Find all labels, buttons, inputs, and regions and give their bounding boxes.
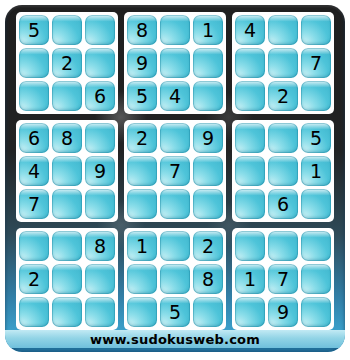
cell-r9c5[interactable]: 5 — [160, 297, 190, 327]
cell-r5c3[interactable]: 9 — [85, 156, 115, 186]
sudoku-frame: 526 81954 472 68497 297 516 82 1285 179 … — [5, 5, 345, 352]
cell-r5c5[interactable]: 7 — [160, 156, 190, 186]
cell-r9c7[interactable] — [235, 297, 265, 327]
block-2: 472 — [232, 12, 334, 114]
cell-r2c5[interactable] — [160, 48, 190, 78]
cell-r6c2[interactable] — [52, 189, 82, 219]
cell-r6c7[interactable] — [235, 189, 265, 219]
cell-r5c9[interactable]: 1 — [301, 156, 331, 186]
cell-r8c1[interactable]: 2 — [19, 264, 49, 294]
website-link[interactable]: www.sudokusweb.com — [90, 332, 260, 347]
cell-r7c8[interactable] — [268, 231, 298, 261]
cell-r8c3[interactable] — [85, 264, 115, 294]
cell-r9c6[interactable] — [193, 297, 223, 327]
cell-r3c9[interactable] — [301, 81, 331, 111]
block-0: 526 — [16, 12, 118, 114]
cell-r7c1[interactable] — [19, 231, 49, 261]
block-4: 297 — [124, 120, 226, 222]
cell-r7c7[interactable] — [235, 231, 265, 261]
cell-r2c9[interactable]: 7 — [301, 48, 331, 78]
cell-r1c4[interactable]: 8 — [127, 15, 157, 45]
cell-r8c8[interactable]: 7 — [268, 264, 298, 294]
cell-r1c8[interactable] — [268, 15, 298, 45]
cell-r6c1[interactable]: 7 — [19, 189, 49, 219]
cell-r5c1[interactable]: 4 — [19, 156, 49, 186]
cell-r1c9[interactable] — [301, 15, 331, 45]
cell-r5c4[interactable] — [127, 156, 157, 186]
cell-r5c8[interactable] — [268, 156, 298, 186]
cell-r2c2[interactable]: 2 — [52, 48, 82, 78]
cell-r1c1[interactable]: 5 — [19, 15, 49, 45]
cell-r2c8[interactable] — [268, 48, 298, 78]
cell-r4c3[interactable] — [85, 123, 115, 153]
cell-r7c2[interactable] — [52, 231, 82, 261]
cell-r3c4[interactable]: 5 — [127, 81, 157, 111]
cell-r1c6[interactable]: 1 — [193, 15, 223, 45]
cell-r4c7[interactable] — [235, 123, 265, 153]
cell-r3c5[interactable]: 4 — [160, 81, 190, 111]
cell-r9c3[interactable] — [85, 297, 115, 327]
cell-r7c3[interactable]: 8 — [85, 231, 115, 261]
block-1: 81954 — [124, 12, 226, 114]
cell-r1c7[interactable]: 4 — [235, 15, 265, 45]
cell-r3c8[interactable]: 2 — [268, 81, 298, 111]
cell-r8c2[interactable] — [52, 264, 82, 294]
cell-r7c6[interactable]: 2 — [193, 231, 223, 261]
cell-r1c2[interactable] — [52, 15, 82, 45]
cell-r6c9[interactable] — [301, 189, 331, 219]
cell-r2c6[interactable] — [193, 48, 223, 78]
block-7: 1285 — [124, 228, 226, 330]
cell-r6c4[interactable] — [127, 189, 157, 219]
cell-r3c1[interactable] — [19, 81, 49, 111]
cell-r8c4[interactable] — [127, 264, 157, 294]
cell-r4c9[interactable]: 5 — [301, 123, 331, 153]
cell-r2c4[interactable]: 9 — [127, 48, 157, 78]
cell-r9c8[interactable]: 9 — [268, 297, 298, 327]
cell-r9c9[interactable] — [301, 297, 331, 327]
cell-r6c5[interactable] — [160, 189, 190, 219]
cell-r8c9[interactable] — [301, 264, 331, 294]
cell-r5c7[interactable] — [235, 156, 265, 186]
cell-r4c5[interactable] — [160, 123, 190, 153]
cell-r9c4[interactable] — [127, 297, 157, 327]
cell-r3c2[interactable] — [52, 81, 82, 111]
cell-r4c4[interactable]: 2 — [127, 123, 157, 153]
cell-r2c3[interactable] — [85, 48, 115, 78]
cell-r5c6[interactable] — [193, 156, 223, 186]
cell-r1c5[interactable] — [160, 15, 190, 45]
cell-r9c1[interactable] — [19, 297, 49, 327]
cell-r6c3[interactable] — [85, 189, 115, 219]
cell-r4c8[interactable] — [268, 123, 298, 153]
cell-r3c3[interactable]: 6 — [85, 81, 115, 111]
cell-r3c7[interactable] — [235, 81, 265, 111]
cell-r2c1[interactable] — [19, 48, 49, 78]
block-8: 179 — [232, 228, 334, 330]
cell-r8c5[interactable] — [160, 264, 190, 294]
cell-r2c7[interactable] — [235, 48, 265, 78]
cell-r8c6[interactable]: 8 — [193, 264, 223, 294]
cell-r7c4[interactable]: 1 — [127, 231, 157, 261]
cell-r5c2[interactable] — [52, 156, 82, 186]
cell-r4c6[interactable]: 9 — [193, 123, 223, 153]
cell-r6c6[interactable] — [193, 189, 223, 219]
block-5: 516 — [232, 120, 334, 222]
cell-r4c2[interactable]: 8 — [52, 123, 82, 153]
cell-r9c2[interactable] — [52, 297, 82, 327]
block-3: 68497 — [16, 120, 118, 222]
cell-r1c3[interactable] — [85, 15, 115, 45]
cell-r3c6[interactable] — [193, 81, 223, 111]
cell-r8c7[interactable]: 1 — [235, 264, 265, 294]
cell-r7c9[interactable] — [301, 231, 331, 261]
cell-r7c5[interactable] — [160, 231, 190, 261]
sudoku-board: 526 81954 472 68497 297 516 82 1285 179 — [16, 12, 334, 330]
footer-bar: www.sudokusweb.com — [5, 330, 345, 348]
cell-r6c8[interactable]: 6 — [268, 189, 298, 219]
block-6: 82 — [16, 228, 118, 330]
cell-r4c1[interactable]: 6 — [19, 123, 49, 153]
